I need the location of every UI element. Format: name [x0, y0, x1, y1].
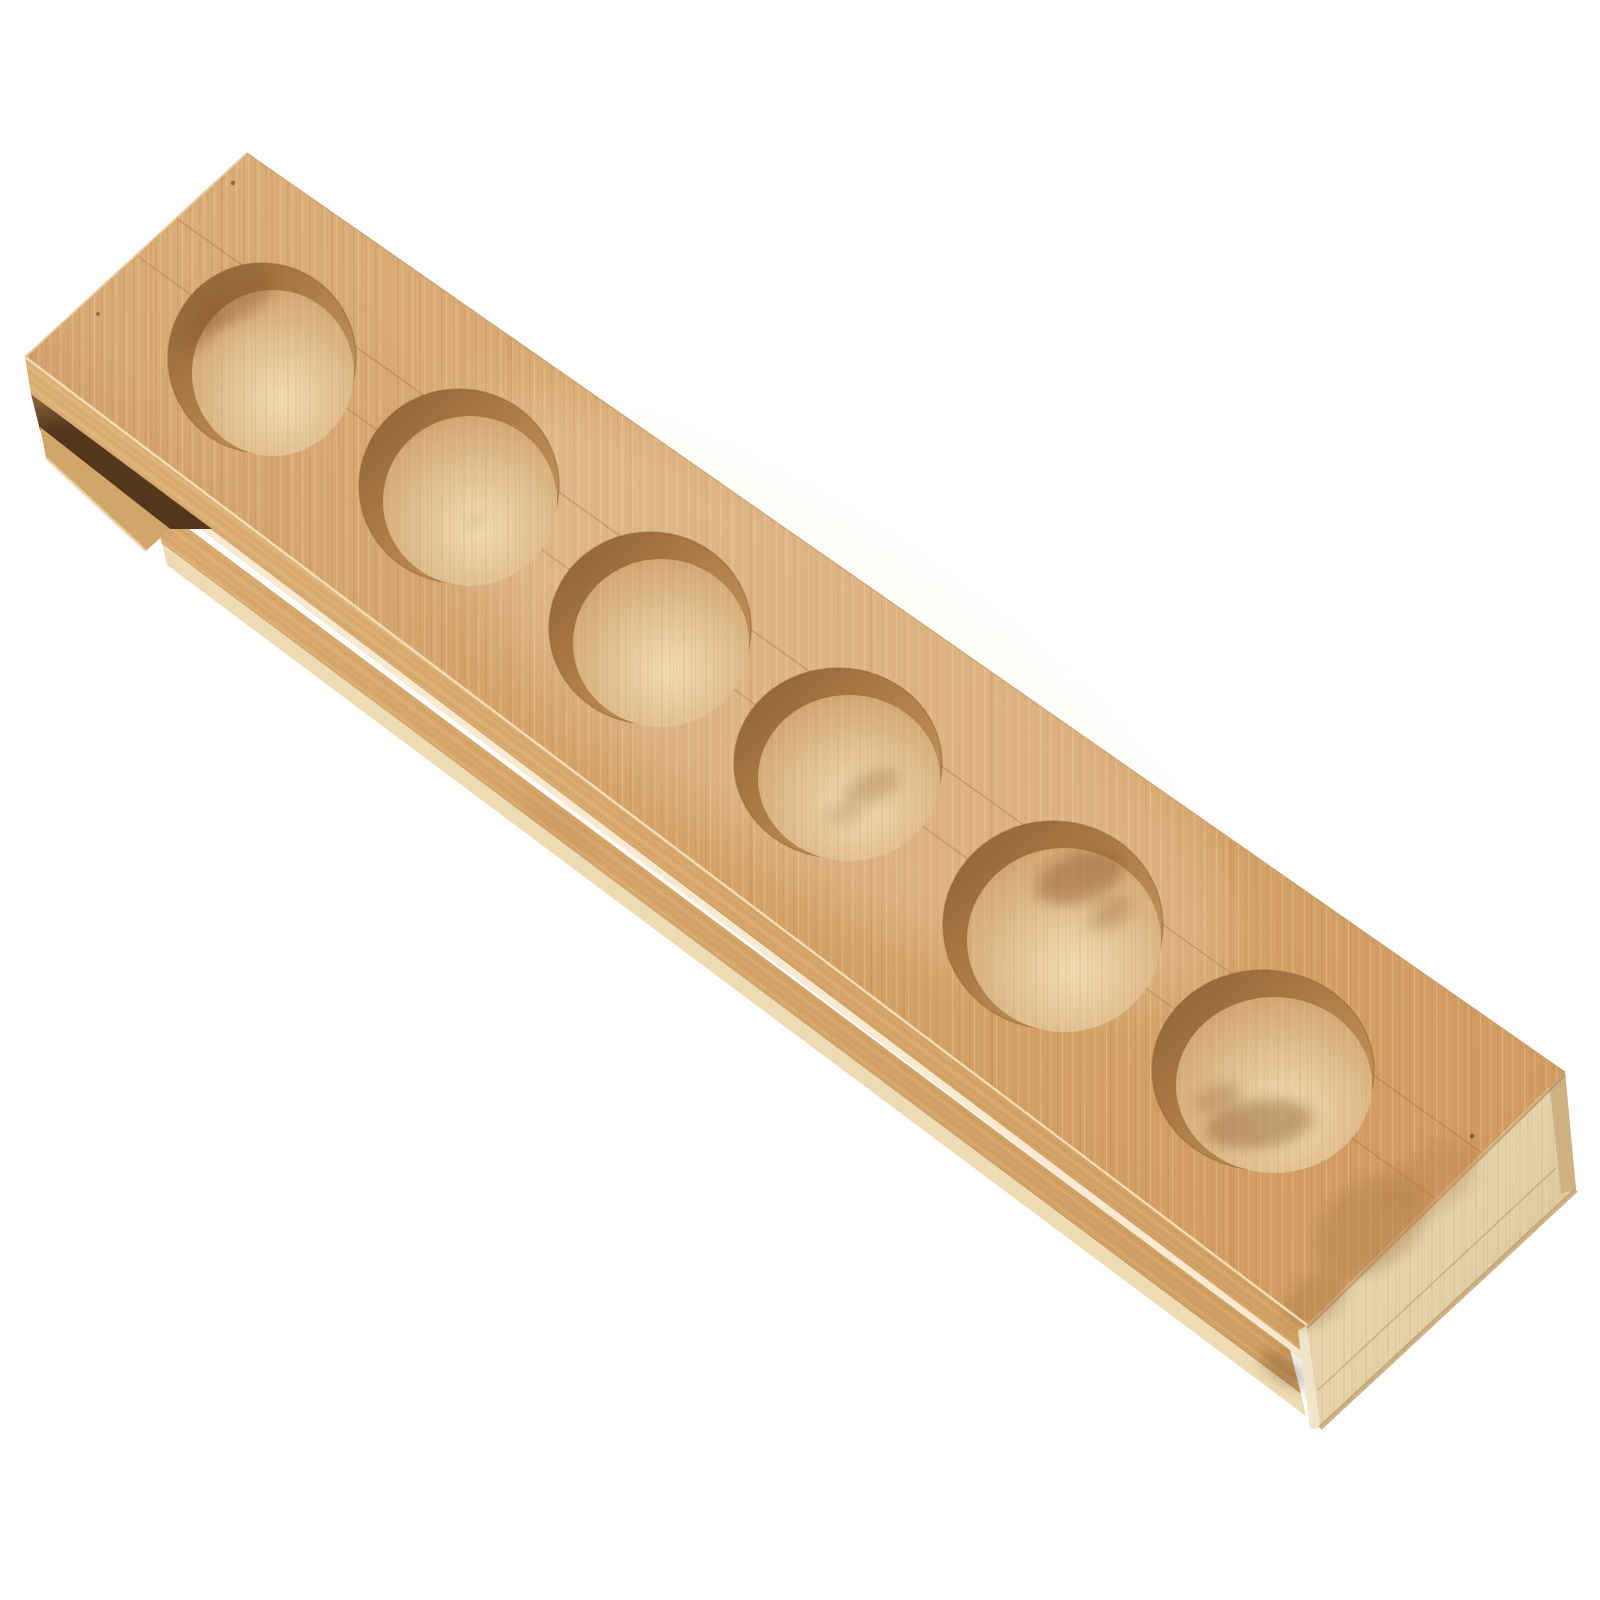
wood-speck — [231, 181, 235, 185]
board-photo: Overhead product-style photograph of an … — [0, 0, 1600, 1600]
wood-speck — [1470, 1134, 1475, 1139]
pit-1[interactable] — [168, 262, 356, 456]
mancala-board — [25, 153, 1576, 1429]
photo-canvas — [0, 0, 1600, 1600]
wood-speck — [96, 312, 100, 316]
pits — [168, 262, 1374, 1173]
